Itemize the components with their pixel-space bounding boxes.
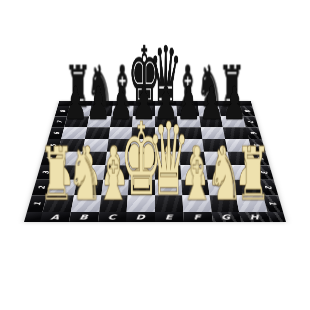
mat-border-front: E — [155, 212, 184, 222]
mat-border-front: C — [98, 212, 127, 222]
square-h7[interactable]: ♟ — [221, 116, 246, 127]
mat-border-front: H — [239, 212, 270, 222]
mat-border-front: G — [211, 212, 241, 222]
product-photo-scene: 8♜♞♝♚♛♝♞♜87♟♟♟♟♟♟♟♟7665544332♟♟♟♟♟♟♟♟21♜… — [0, 0, 310, 310]
square-g1[interactable]: ♞ — [209, 195, 239, 212]
mat-corner-front-left — [24, 212, 43, 222]
mat-border-front: A — [40, 212, 71, 222]
file-label-a: A — [40, 212, 71, 222]
file-label-d: D — [126, 212, 155, 222]
file-label-c: C — [98, 212, 127, 222]
piece-black-pawn[interactable]: ♟ — [222, 80, 247, 126]
chess-mat: 8♜♞♝♚♛♝♞♜87♟♟♟♟♟♟♟♟7665544332♟♟♟♟♟♟♟♟21♜… — [24, 101, 286, 222]
square-g7[interactable]: ♟ — [199, 116, 223, 127]
mat-border-front: D — [126, 212, 155, 222]
piece-black-pawn[interactable]: ♟ — [64, 80, 89, 126]
piece-black-pawn[interactable]: ♟ — [86, 80, 111, 126]
mat-border-front: B — [69, 212, 99, 222]
file-label-b: B — [69, 212, 99, 222]
file-label-e: E — [155, 212, 184, 222]
piece-black-pawn[interactable]: ♟ — [199, 80, 224, 126]
mat-border-front: F — [183, 212, 212, 222]
piece-white-rook[interactable]: ♜ — [236, 137, 271, 211]
file-label-f: F — [183, 212, 212, 222]
square-b7[interactable]: ♟ — [87, 116, 111, 127]
file-label-g: G — [211, 212, 241, 222]
square-h1[interactable]: ♜ — [236, 195, 267, 212]
file-label-h: H — [239, 212, 270, 222]
mat-corner-front-right — [267, 212, 286, 222]
